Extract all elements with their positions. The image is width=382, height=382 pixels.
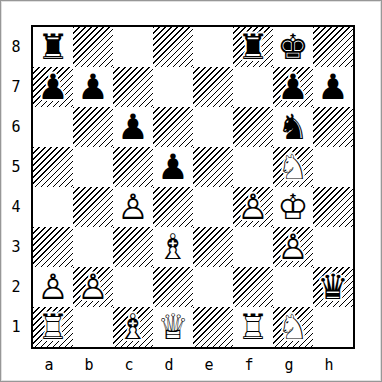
square-c7[interactable] (113, 67, 153, 107)
piece-white-king[interactable]: ♚♔ (273, 187, 313, 227)
piece-white-rook[interactable]: ♜♖ (33, 307, 73, 347)
square-e2[interactable] (193, 267, 233, 307)
file-labels: a b c d e f g h (29, 353, 349, 377)
square-b6[interactable] (73, 107, 113, 147)
square-g1[interactable]: ♞♘ (273, 307, 313, 347)
white-knight-icon: ♘ (273, 307, 313, 347)
file-label: a (29, 353, 69, 377)
square-e4[interactable] (193, 187, 233, 227)
square-d7[interactable] (153, 67, 193, 107)
piece-white-pawn[interactable]: ♟♙ (233, 187, 273, 227)
square-d8[interactable] (153, 27, 193, 67)
rank-label: 2 (1, 267, 31, 307)
square-a6[interactable] (33, 107, 73, 147)
square-c1[interactable]: ♝♗ (113, 307, 153, 347)
square-d4[interactable] (153, 187, 193, 227)
piece-black-pawn[interactable]: ♟♟ (273, 67, 313, 107)
square-a3[interactable] (33, 227, 73, 267)
rank-label: 1 (1, 307, 31, 347)
black-pawn-icon: ♟ (313, 67, 353, 107)
square-f3[interactable] (233, 227, 273, 267)
square-a7[interactable]: ♟♟ (33, 67, 73, 107)
square-g2[interactable] (273, 267, 313, 307)
square-h6[interactable] (313, 107, 353, 147)
piece-white-pawn[interactable]: ♟♙ (33, 267, 73, 307)
piece-white-bishop[interactable]: ♝♗ (153, 227, 193, 267)
piece-black-pawn[interactable]: ♟♟ (113, 107, 153, 147)
square-b8[interactable] (73, 27, 113, 67)
square-e7[interactable] (193, 67, 233, 107)
square-c6[interactable]: ♟♟ (113, 107, 153, 147)
square-a8[interactable]: ♜♜ (33, 27, 73, 67)
square-f8[interactable]: ♜♜ (233, 27, 273, 67)
black-pawn-icon: ♟ (33, 67, 73, 107)
square-e8[interactable] (193, 27, 233, 67)
square-g5[interactable]: ♞♘ (273, 147, 313, 187)
square-e3[interactable] (193, 227, 233, 267)
square-e6[interactable] (193, 107, 233, 147)
file-label: e (189, 353, 229, 377)
white-rook-icon: ♖ (233, 307, 273, 347)
white-pawn-icon: ♙ (33, 267, 73, 307)
square-a2[interactable]: ♟♙ (33, 267, 73, 307)
file-label: d (149, 353, 189, 377)
black-queen-icon: ♛ (313, 267, 353, 307)
square-d1[interactable]: ♛♕ (153, 307, 193, 347)
piece-black-pawn[interactable]: ♟♟ (73, 67, 113, 107)
square-g4[interactable]: ♚♔ (273, 187, 313, 227)
rank-label: 7 (1, 67, 31, 107)
piece-black-king[interactable]: ♚♚ (273, 27, 313, 67)
black-rook-icon: ♜ (33, 27, 73, 67)
white-bishop-icon: ♗ (113, 307, 153, 347)
black-king-icon: ♚ (273, 27, 313, 67)
square-h8[interactable] (313, 27, 353, 67)
file-label: b (69, 353, 109, 377)
square-d6[interactable] (153, 107, 193, 147)
white-king-icon: ♔ (273, 187, 313, 227)
square-a4[interactable] (33, 187, 73, 227)
square-g6[interactable]: ♞♞ (273, 107, 313, 147)
white-bishop-icon: ♗ (153, 227, 193, 267)
square-c3[interactable] (113, 227, 153, 267)
white-pawn-icon: ♙ (233, 187, 273, 227)
black-pawn-icon: ♟ (113, 107, 153, 147)
file-label: c (109, 353, 149, 377)
piece-black-pawn[interactable]: ♟♟ (153, 147, 193, 187)
piece-white-rook[interactable]: ♜♖ (233, 307, 273, 347)
piece-black-queen[interactable]: ♛♛ (313, 267, 353, 307)
black-pawn-icon: ♟ (153, 147, 193, 187)
white-pawn-icon: ♙ (113, 187, 153, 227)
piece-white-knight[interactable]: ♞♘ (273, 307, 313, 347)
square-a5[interactable] (33, 147, 73, 187)
square-g8[interactable]: ♚♚ (273, 27, 313, 67)
square-c8[interactable] (113, 27, 153, 67)
rank-labels: 8 7 6 5 4 3 2 1 (1, 27, 31, 347)
square-c5[interactable] (113, 147, 153, 187)
rank-label: 4 (1, 187, 31, 227)
white-rook-icon: ♖ (33, 307, 73, 347)
black-rook-icon: ♜ (233, 27, 273, 67)
black-pawn-icon: ♟ (273, 67, 313, 107)
square-f4[interactable]: ♟♙ (233, 187, 273, 227)
rank-label: 8 (1, 27, 31, 67)
white-pawn-icon: ♙ (73, 267, 113, 307)
square-b3[interactable] (73, 227, 113, 267)
square-d5[interactable]: ♟♟ (153, 147, 193, 187)
chess-diagram: 8 7 6 5 4 3 2 1 ♜♜♜♜♚♚♟♟♟♟♟♟♟♟♟♟♞♞♟♟♞♘♟♙… (0, 0, 382, 382)
square-d2[interactable] (153, 267, 193, 307)
square-f6[interactable] (233, 107, 273, 147)
piece-white-bishop[interactable]: ♝♗ (113, 307, 153, 347)
piece-white-queen[interactable]: ♛♕ (153, 307, 193, 347)
piece-white-pawn[interactable]: ♟♙ (113, 187, 153, 227)
rank-label: 3 (1, 227, 31, 267)
piece-white-pawn[interactable]: ♟♙ (73, 267, 113, 307)
square-a1[interactable]: ♜♖ (33, 307, 73, 347)
square-c4[interactable]: ♟♙ (113, 187, 153, 227)
square-f5[interactable] (233, 147, 273, 187)
square-e1[interactable] (193, 307, 233, 347)
square-b2[interactable]: ♟♙ (73, 267, 113, 307)
piece-white-pawn[interactable]: ♟♙ (273, 227, 313, 267)
square-f7[interactable] (233, 67, 273, 107)
file-label: h (309, 353, 349, 377)
piece-black-rook[interactable]: ♜♜ (33, 27, 73, 67)
file-label: g (269, 353, 309, 377)
square-b1[interactable] (73, 307, 113, 347)
square-f1[interactable]: ♜♖ (233, 307, 273, 347)
square-b7[interactable]: ♟♟ (73, 67, 113, 107)
square-d3[interactable]: ♝♗ (153, 227, 193, 267)
white-pawn-icon: ♙ (273, 227, 313, 267)
square-h4[interactable] (313, 187, 353, 227)
piece-white-knight[interactable]: ♞♘ (273, 147, 313, 187)
square-f2[interactable] (233, 267, 273, 307)
black-pawn-icon: ♟ (73, 67, 113, 107)
piece-black-pawn[interactable]: ♟♟ (313, 67, 353, 107)
black-knight-icon: ♞ (273, 107, 313, 147)
white-knight-icon: ♘ (273, 147, 313, 187)
piece-black-pawn[interactable]: ♟♟ (33, 67, 73, 107)
rank-label: 5 (1, 147, 31, 187)
square-g7[interactable]: ♟♟ (273, 67, 313, 107)
file-label: f (229, 353, 269, 377)
piece-black-knight[interactable]: ♞♞ (273, 107, 313, 147)
white-queen-icon: ♕ (153, 307, 193, 347)
rank-label: 6 (1, 107, 31, 147)
square-h1[interactable] (313, 307, 353, 347)
piece-black-rook[interactable]: ♜♜ (233, 27, 273, 67)
square-h5[interactable] (313, 147, 353, 187)
square-h3[interactable] (313, 227, 353, 267)
chess-board: ♜♜♜♜♚♚♟♟♟♟♟♟♟♟♟♟♞♞♟♟♞♘♟♙♟♙♚♔♝♗♟♙♟♙♟♙♛♛♜♖… (31, 25, 355, 349)
square-h7[interactable]: ♟♟ (313, 67, 353, 107)
square-b5[interactable] (73, 147, 113, 187)
square-c2[interactable] (113, 267, 153, 307)
square-e5[interactable] (193, 147, 233, 187)
square-h2[interactable]: ♛♛ (313, 267, 353, 307)
square-b4[interactable] (73, 187, 113, 227)
square-g3[interactable]: ♟♙ (273, 227, 313, 267)
